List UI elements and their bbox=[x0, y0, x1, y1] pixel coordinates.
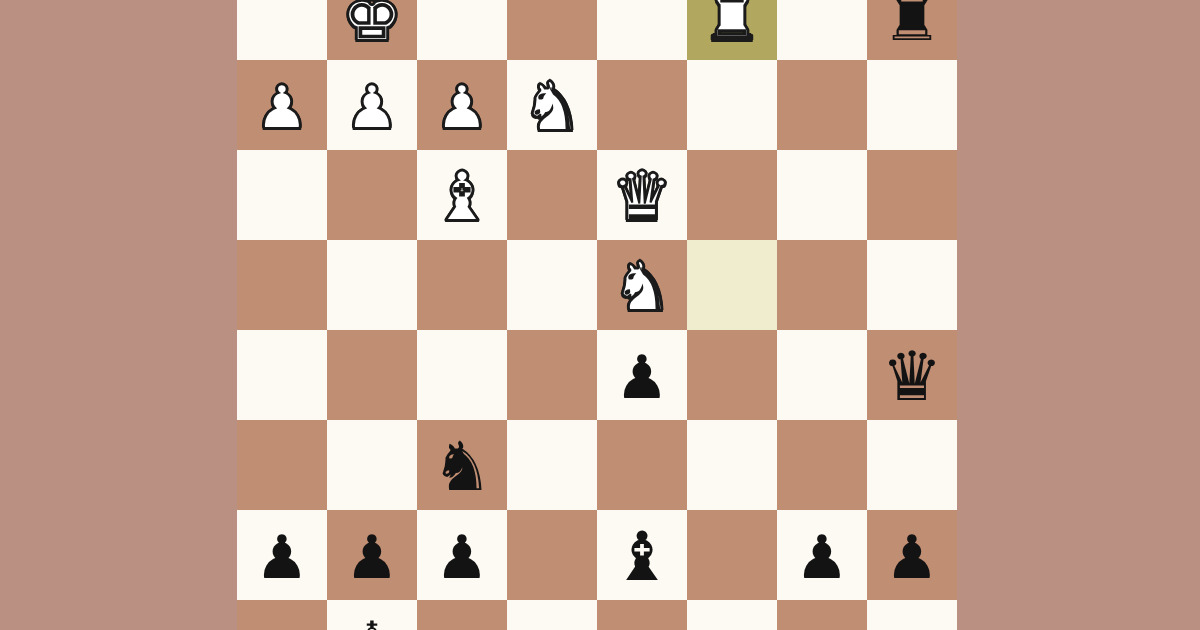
square-h8[interactable] bbox=[237, 600, 327, 630]
piece-white-bishop[interactable]: ♝ bbox=[432, 163, 493, 231]
piece-white-knight[interactable]: ♞ bbox=[612, 253, 673, 321]
square-a6[interactable] bbox=[867, 420, 957, 510]
piece-white-pawn[interactable]: ♟ bbox=[345, 77, 399, 137]
square-d5[interactable]: ♟ bbox=[597, 330, 687, 420]
square-a7[interactable]: ♟ bbox=[867, 510, 957, 600]
square-e4[interactable] bbox=[507, 240, 597, 330]
square-c8[interactable] bbox=[687, 600, 777, 630]
square-d4[interactable]: ♞ bbox=[597, 240, 687, 330]
square-c5[interactable] bbox=[687, 330, 777, 420]
square-b4[interactable] bbox=[777, 240, 867, 330]
square-d6[interactable] bbox=[597, 420, 687, 510]
piece-white-king[interactable]: ♚ bbox=[342, 0, 403, 51]
square-g4[interactable] bbox=[327, 240, 417, 330]
square-a1[interactable]: ♜ bbox=[867, 0, 957, 60]
piece-black-king[interactable]: ♚ bbox=[342, 613, 403, 630]
piece-white-rook[interactable]: ♜ bbox=[702, 0, 763, 51]
piece-white-pawn[interactable]: ♟ bbox=[435, 77, 489, 137]
square-f3[interactable]: ♝ bbox=[417, 150, 507, 240]
square-h6[interactable] bbox=[237, 420, 327, 510]
square-c1[interactable]: ♜ bbox=[687, 0, 777, 60]
square-b8[interactable] bbox=[777, 600, 867, 630]
square-c2[interactable] bbox=[687, 60, 777, 150]
chessboard-screenshot: ♚♜♜♟♟♟♞♝♛♞♟♛♞♟♟♟♝♟♟♚ bbox=[0, 0, 1200, 630]
piece-white-knight[interactable]: ♞ bbox=[522, 73, 583, 141]
square-h3[interactable] bbox=[237, 150, 327, 240]
square-c3[interactable] bbox=[687, 150, 777, 240]
square-f5[interactable] bbox=[417, 330, 507, 420]
piece-black-pawn[interactable]: ♟ bbox=[885, 527, 939, 587]
square-e7[interactable] bbox=[507, 510, 597, 600]
piece-black-rook[interactable]: ♜ bbox=[882, 0, 943, 51]
square-e2[interactable]: ♞ bbox=[507, 60, 597, 150]
piece-black-bishop[interactable]: ♝ bbox=[612, 523, 673, 591]
square-b1[interactable] bbox=[777, 0, 867, 60]
square-g5[interactable] bbox=[327, 330, 417, 420]
square-b5[interactable] bbox=[777, 330, 867, 420]
square-f1[interactable] bbox=[417, 0, 507, 60]
square-b2[interactable] bbox=[777, 60, 867, 150]
square-f6[interactable]: ♞ bbox=[417, 420, 507, 510]
square-e1[interactable] bbox=[507, 0, 597, 60]
square-d2[interactable] bbox=[597, 60, 687, 150]
piece-black-knight[interactable]: ♞ bbox=[432, 433, 493, 501]
square-h4[interactable] bbox=[237, 240, 327, 330]
piece-black-pawn[interactable]: ♟ bbox=[615, 347, 669, 407]
square-a2[interactable] bbox=[867, 60, 957, 150]
square-h2[interactable]: ♟ bbox=[237, 60, 327, 150]
square-h5[interactable] bbox=[237, 330, 327, 420]
square-d1[interactable] bbox=[597, 0, 687, 60]
square-c4[interactable] bbox=[687, 240, 777, 330]
square-d7[interactable]: ♝ bbox=[597, 510, 687, 600]
square-c7[interactable] bbox=[687, 510, 777, 600]
piece-black-queen[interactable]: ♛ bbox=[882, 343, 943, 411]
piece-black-pawn[interactable]: ♟ bbox=[435, 527, 489, 587]
square-c6[interactable] bbox=[687, 420, 777, 510]
square-f7[interactable]: ♟ bbox=[417, 510, 507, 600]
square-a5[interactable]: ♛ bbox=[867, 330, 957, 420]
piece-black-pawn[interactable]: ♟ bbox=[795, 527, 849, 587]
square-a8[interactable] bbox=[867, 600, 957, 630]
square-e3[interactable] bbox=[507, 150, 597, 240]
square-b7[interactable]: ♟ bbox=[777, 510, 867, 600]
square-e8[interactable] bbox=[507, 600, 597, 630]
square-a3[interactable] bbox=[867, 150, 957, 240]
square-g1[interactable]: ♚ bbox=[327, 0, 417, 60]
square-e6[interactable] bbox=[507, 420, 597, 510]
square-b3[interactable] bbox=[777, 150, 867, 240]
square-f2[interactable]: ♟ bbox=[417, 60, 507, 150]
square-g2[interactable]: ♟ bbox=[327, 60, 417, 150]
square-g6[interactable] bbox=[327, 420, 417, 510]
square-g7[interactable]: ♟ bbox=[327, 510, 417, 600]
piece-black-pawn[interactable]: ♟ bbox=[345, 527, 399, 587]
square-a4[interactable] bbox=[867, 240, 957, 330]
piece-white-queen[interactable]: ♛ bbox=[612, 163, 673, 231]
piece-white-pawn[interactable]: ♟ bbox=[255, 77, 309, 137]
square-d8[interactable] bbox=[597, 600, 687, 630]
square-h1[interactable] bbox=[237, 0, 327, 60]
square-d3[interactable]: ♛ bbox=[597, 150, 687, 240]
square-h7[interactable]: ♟ bbox=[237, 510, 327, 600]
piece-black-pawn[interactable]: ♟ bbox=[255, 527, 309, 587]
square-g3[interactable] bbox=[327, 150, 417, 240]
square-g8[interactable]: ♚ bbox=[327, 600, 417, 630]
chess-board: ♚♜♜♟♟♟♞♝♛♞♟♛♞♟♟♟♝♟♟♚ bbox=[237, 0, 957, 630]
square-f8[interactable] bbox=[417, 600, 507, 630]
square-e5[interactable] bbox=[507, 330, 597, 420]
square-b6[interactable] bbox=[777, 420, 867, 510]
square-f4[interactable] bbox=[417, 240, 507, 330]
